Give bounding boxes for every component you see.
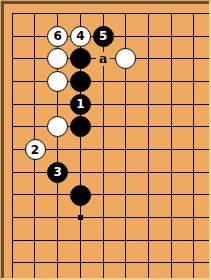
board-intersection — [160, 70, 183, 93]
board-intersection — [1, 115, 24, 138]
board-intersection — [1, 93, 24, 116]
board-intersection — [182, 93, 205, 116]
board-intersection — [114, 138, 137, 161]
board-intersection — [137, 70, 160, 93]
board-intersection — [1, 229, 24, 252]
board-intersection — [160, 206, 183, 229]
board-intersection — [92, 70, 115, 93]
board-intersection — [24, 229, 47, 252]
white-stone-move-2: 2 — [25, 139, 46, 160]
board-intersection — [182, 206, 205, 229]
white-stone-move-4: 4 — [70, 26, 91, 47]
board-intersection — [46, 93, 69, 116]
board-intersection — [92, 138, 115, 161]
star-point-hoshi — [78, 215, 83, 220]
board-intersection — [182, 2, 205, 25]
board-intersection — [1, 25, 24, 48]
board-intersection — [137, 161, 160, 184]
board-intersection — [24, 184, 47, 207]
bevel-edge-left — [0, 0, 1, 280]
board-intersection — [160, 229, 183, 252]
board-intersection — [1, 184, 24, 207]
board-intersection — [1, 206, 24, 229]
board-intersection — [24, 70, 47, 93]
black-stone-move-1: 1 — [70, 94, 91, 115]
board-intersection — [182, 115, 205, 138]
board-intersection — [160, 252, 183, 275]
board-intersection — [137, 252, 160, 275]
board-intersection — [114, 2, 137, 25]
board-intersection — [137, 47, 160, 70]
board-intersection — [92, 161, 115, 184]
bevel-edge-top — [0, 0, 211, 1]
board-intersection — [92, 184, 115, 207]
board-intersection — [24, 252, 47, 275]
board-intersection — [46, 229, 69, 252]
board-intersection — [114, 229, 137, 252]
board-intersection — [182, 47, 205, 70]
board-intersection — [92, 115, 115, 138]
board-intersection — [69, 138, 92, 161]
board-intersection — [160, 93, 183, 116]
board-intersection — [1, 47, 24, 70]
board-intersection — [160, 184, 183, 207]
board-intersection — [24, 93, 47, 116]
board-intersection — [1, 2, 24, 25]
board-intersection — [46, 2, 69, 25]
board-intersection — [69, 252, 92, 275]
board-intersection — [160, 161, 183, 184]
board-intersection — [114, 206, 137, 229]
board-intersection — [160, 47, 183, 70]
board-intersection — [182, 25, 205, 48]
board-intersection — [137, 206, 160, 229]
board-intersection — [137, 184, 160, 207]
board-intersection — [182, 229, 205, 252]
board-intersection — [182, 184, 205, 207]
white-stone-move-6: 6 — [47, 26, 68, 47]
board-intersection — [182, 161, 205, 184]
board-intersection — [182, 70, 205, 93]
board-intersection — [137, 229, 160, 252]
board-intersection — [69, 2, 92, 25]
board-intersection — [92, 229, 115, 252]
board-intersection — [92, 206, 115, 229]
black-stone — [70, 71, 91, 92]
go-board-diagram: a645123 — [0, 0, 211, 280]
bevel-edge-right — [209, 0, 211, 280]
board-intersection — [114, 184, 137, 207]
board-intersection — [24, 161, 47, 184]
board-intersection — [137, 93, 160, 116]
board-frame-left — [1, 1, 4, 278]
board-intersection — [1, 161, 24, 184]
board-intersection — [114, 252, 137, 275]
board-intersection — [92, 93, 115, 116]
board-intersection — [114, 115, 137, 138]
board-intersection — [160, 138, 183, 161]
board-intersection — [69, 161, 92, 184]
board-intersection — [114, 70, 137, 93]
board-intersection — [24, 115, 47, 138]
board-intersection — [182, 252, 205, 275]
black-stone — [70, 185, 91, 206]
letter-marker-a: a — [96, 52, 110, 66]
board-intersection — [46, 252, 69, 275]
board-intersection — [24, 25, 47, 48]
board-intersection — [137, 25, 160, 48]
board-intersection — [24, 47, 47, 70]
board-intersection — [92, 252, 115, 275]
board-intersection — [1, 70, 24, 93]
board-intersection — [114, 25, 137, 48]
board-intersection — [137, 115, 160, 138]
board-intersection — [114, 93, 137, 116]
board-intersection — [46, 184, 69, 207]
board-intersection — [137, 2, 160, 25]
board-intersection — [46, 138, 69, 161]
board-intersection — [160, 115, 183, 138]
board-intersection — [92, 2, 115, 25]
black-stone-move-5: 5 — [93, 26, 114, 47]
black-stone-move-3: 3 — [47, 162, 68, 183]
board-intersection — [1, 138, 24, 161]
board-intersection — [46, 206, 69, 229]
board-intersection — [160, 25, 183, 48]
board-intersection — [24, 206, 47, 229]
board-intersection — [137, 138, 160, 161]
board-frame-top — [1, 1, 211, 4]
board-intersection — [24, 2, 47, 25]
board-intersection — [114, 161, 137, 184]
board-intersection — [160, 2, 183, 25]
board-intersection — [182, 138, 205, 161]
board-intersection — [69, 229, 92, 252]
board-intersection — [1, 252, 24, 275]
